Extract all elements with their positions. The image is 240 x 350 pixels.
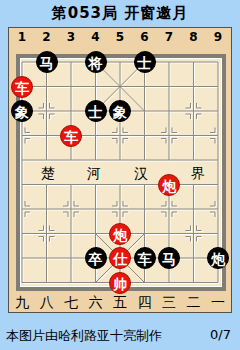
col-label-5: 5 bbox=[108, 30, 133, 44]
col-label-9: 9 bbox=[206, 30, 231, 44]
piece-red-general[interactable]: 帅 bbox=[109, 272, 131, 294]
piece-black-advisor[interactable]: 士 bbox=[85, 100, 107, 122]
bottom-col-label-3: 三 bbox=[157, 294, 182, 312]
board-panel: 123456789 楚河汉界 九八七六五四三二一 马将士车象士象车炮炮卒仕车马炮… bbox=[8, 27, 232, 313]
piece-red-advisor[interactable]: 仕 bbox=[109, 247, 131, 269]
bottom-col-label-1: 一 bbox=[206, 294, 231, 312]
piece-red-chariot[interactable]: 车 bbox=[60, 125, 82, 147]
piece-black-horse[interactable]: 马 bbox=[36, 51, 58, 73]
col-label-7: 7 bbox=[157, 30, 182, 44]
xiangqi-board[interactable]: 马将士车象士象车炮炮卒仕车马炮帅 bbox=[10, 50, 231, 295]
bottom-col-label-5: 五 bbox=[108, 294, 133, 312]
piece-red-chariot[interactable]: 车 bbox=[11, 76, 33, 98]
piece-black-general[interactable]: 将 bbox=[85, 51, 107, 73]
col-label-4: 4 bbox=[83, 30, 108, 44]
piece-black-chariot[interactable]: 车 bbox=[134, 247, 156, 269]
credit-text: 本图片由哈利路亚十亮制作 bbox=[6, 327, 162, 345]
bottom-col-label-4: 四 bbox=[132, 294, 157, 312]
piece-black-elephant[interactable]: 象 bbox=[109, 100, 131, 122]
piece-black-horse[interactable]: 马 bbox=[158, 247, 180, 269]
col-label-3: 3 bbox=[59, 30, 84, 44]
move-counter: 0/7 bbox=[210, 327, 231, 342]
col-label-8: 8 bbox=[181, 30, 206, 44]
col-label-1: 1 bbox=[10, 30, 35, 44]
puzzle-title: 第053局 开窗邀月 bbox=[0, 4, 240, 23]
bottom-col-label-8: 八 bbox=[34, 294, 59, 312]
col-label-6: 6 bbox=[132, 30, 157, 44]
piece-red-cannon[interactable]: 炮 bbox=[158, 174, 180, 196]
piece-black-soldier[interactable]: 卒 bbox=[85, 247, 107, 269]
piece-black-advisor[interactable]: 士 bbox=[134, 51, 156, 73]
piece-black-cannon[interactable]: 炮 bbox=[207, 247, 229, 269]
bottom-col-label-7: 七 bbox=[59, 294, 84, 312]
piece-red-cannon[interactable]: 炮 bbox=[109, 223, 131, 245]
bottom-col-label-6: 六 bbox=[83, 294, 108, 312]
bottom-col-label-2: 二 bbox=[181, 294, 206, 312]
piece-black-elephant[interactable]: 象 bbox=[11, 100, 33, 122]
bottom-col-label-9: 九 bbox=[10, 294, 35, 312]
col-label-2: 2 bbox=[34, 30, 59, 44]
